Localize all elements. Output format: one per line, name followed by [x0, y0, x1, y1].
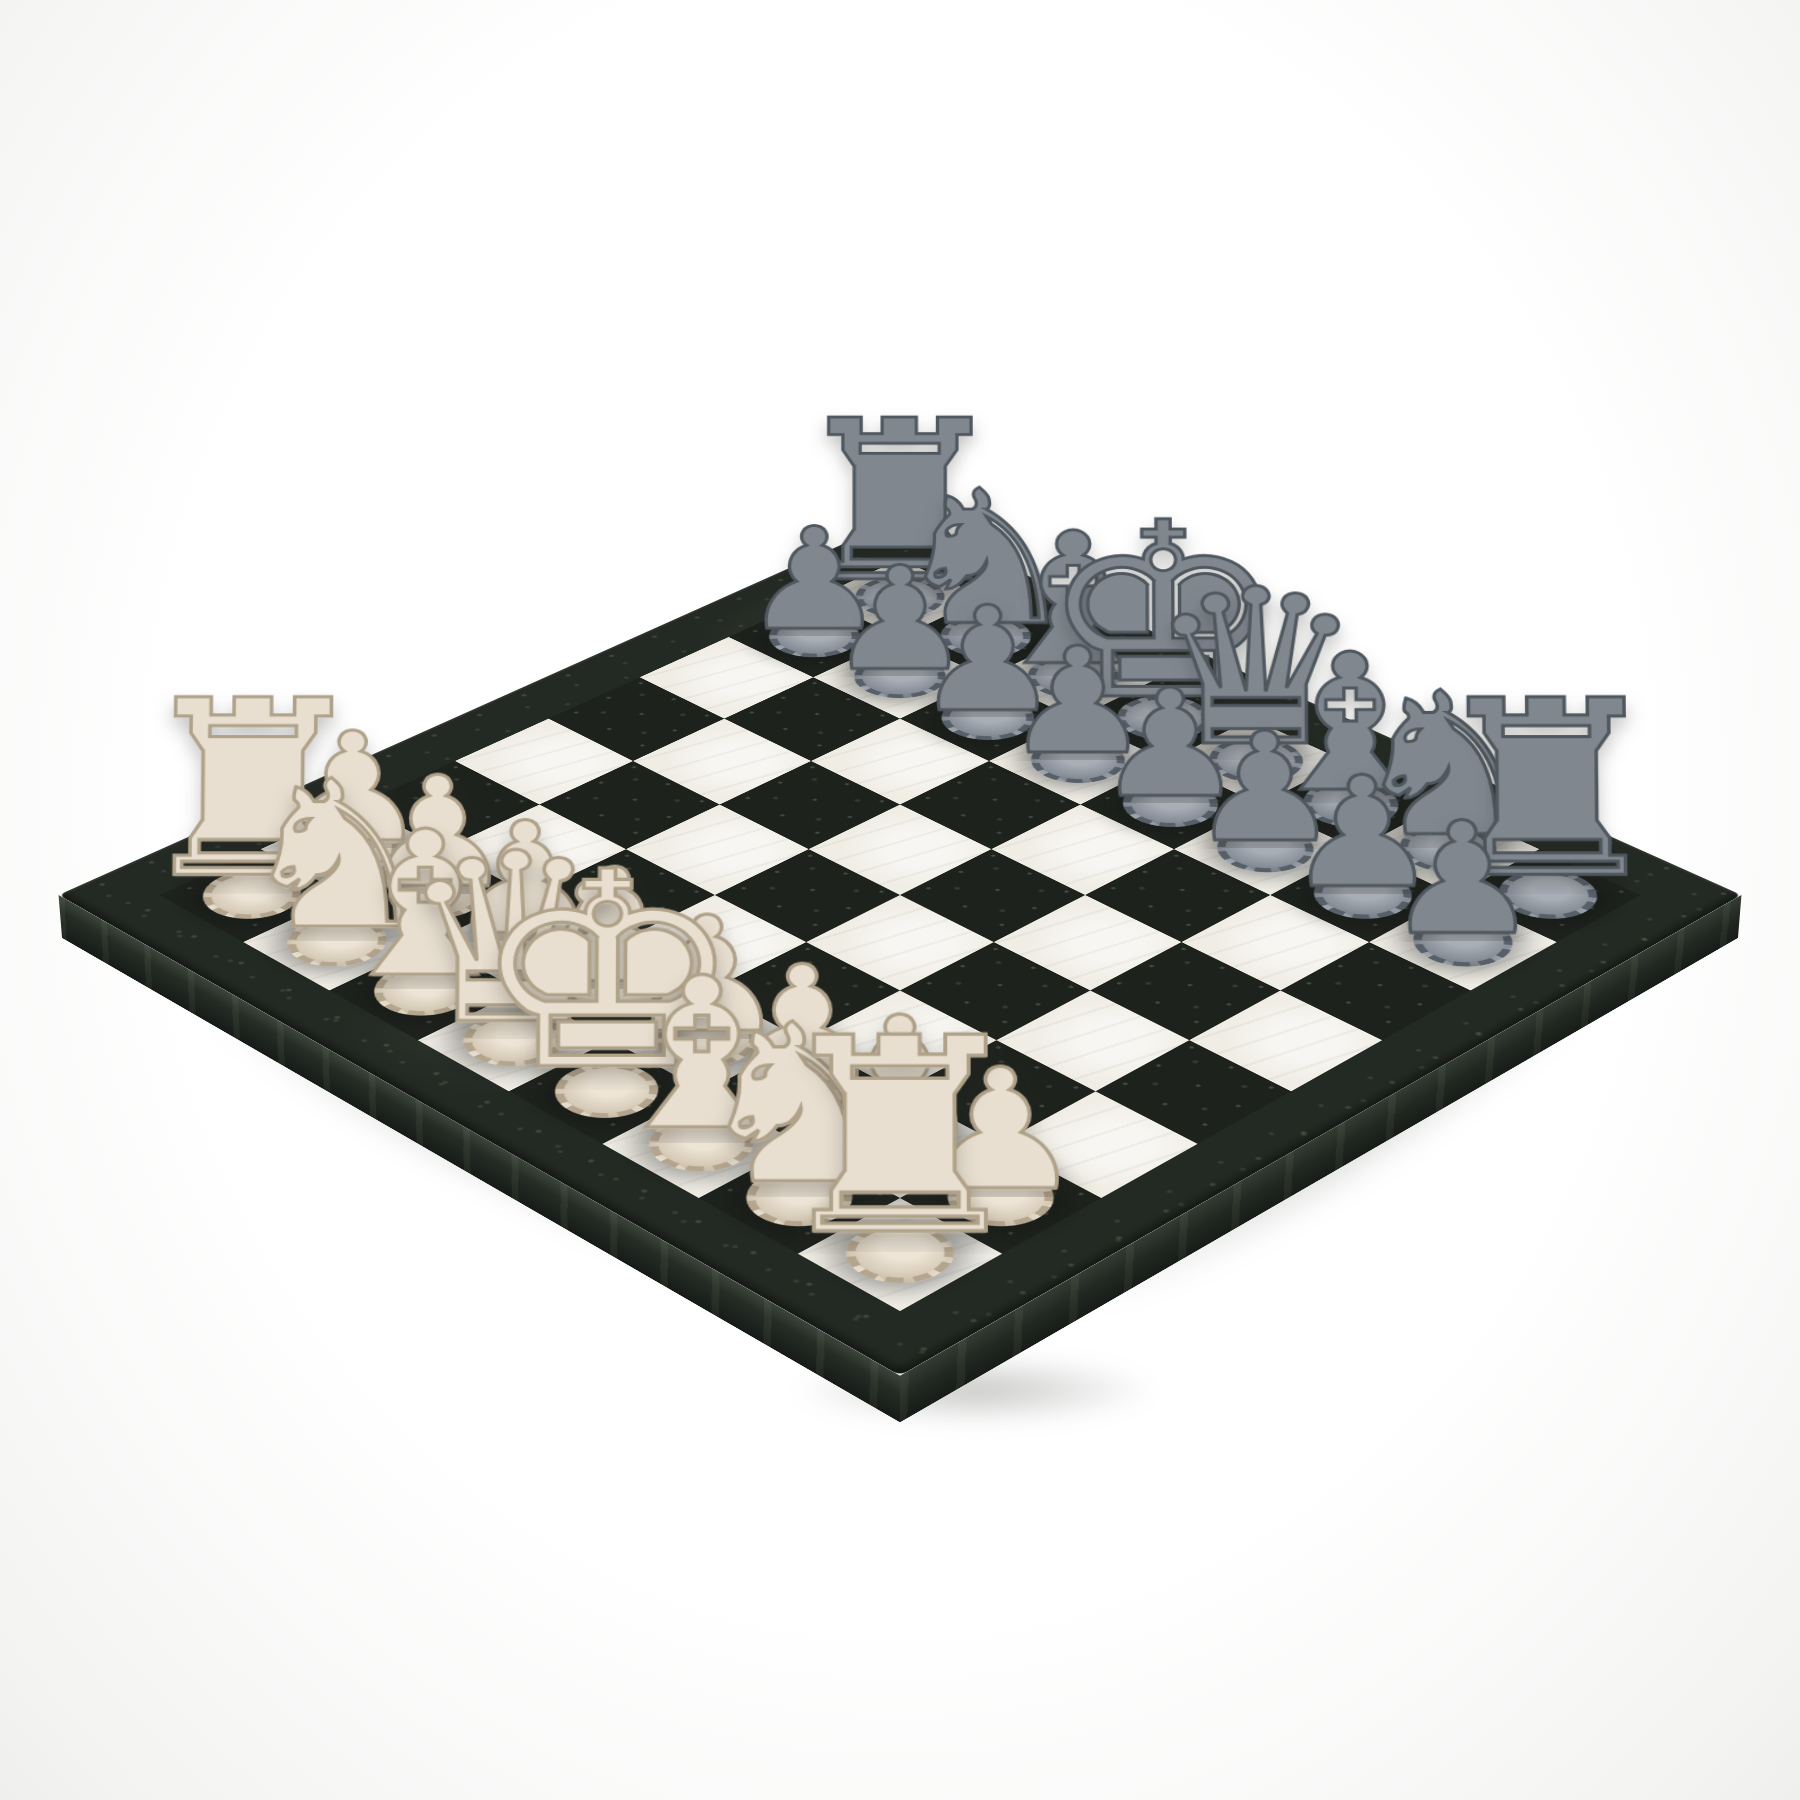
product-photo: ♜♞♝♚♛♝♞♜♟♟♟♟♟♟♟♟♟♟♟♟♟♟♟♟♜♞♝♛♚♝♞♜	[0, 0, 1800, 1800]
scene: ♜♞♝♚♛♝♞♜♟♟♟♟♟♟♟♟♟♟♟♟♟♟♟♟♜♞♝♛♚♝♞♜	[0, 0, 1800, 1800]
chess-board: ♜♞♝♚♛♝♞♜♟♟♟♟♟♟♟♟♟♟♟♟♟♟♟♟♜♞♝♛♚♝♞♜	[59, 518, 1742, 1375]
piece-stand: ♜	[791, 312, 1009, 597]
